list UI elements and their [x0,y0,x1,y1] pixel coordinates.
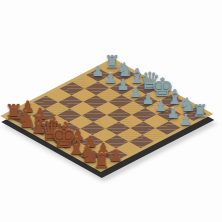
chess-set-photo: ♜♞♝♛♚♝♞♜♟♟♟♟♟♟♟♟♟♟♟♟♟♟♟♟♜♞♝♛♚♝♞♜ [0,0,222,222]
chess-board [0,58,213,172]
board-squares-grid [7,61,207,168]
